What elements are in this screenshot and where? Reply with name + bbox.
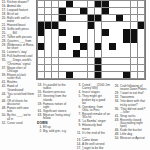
grid-cell[interactable]: [73, 22, 80, 29]
clue-number: 42.: [1, 85, 6, 88]
grid-cell[interactable]: [80, 36, 87, 43]
clue-text: Rolls with swill in water: [7, 16, 30, 23]
clue-text: Mexican or Apricot: [120, 136, 145, 140]
grid-cell[interactable]: [59, 72, 66, 79]
clue-text: By this ___, we're all in: [7, 113, 31, 120]
grid-cell[interactable]: [73, 15, 80, 22]
black-square: [38, 22, 45, 29]
grid-cell[interactable]: [109, 22, 116, 29]
clue-number: 34.: [114, 100, 119, 103]
black-square: [95, 1, 102, 8]
grid-cell[interactable]: [102, 50, 109, 57]
grid-cell[interactable]: [88, 65, 95, 72]
grid-cell[interactable]: [116, 65, 123, 72]
grid-cell[interactable]: [38, 8, 45, 15]
black-square: [131, 36, 138, 43]
grid-cell[interactable]: [88, 36, 95, 43]
grid-cell[interactable]: [109, 58, 116, 65]
grid-cell[interactable]: [131, 65, 138, 72]
grid-cell[interactable]: [123, 1, 130, 8]
clue-item: 50.Mexican or Apricot: [114, 137, 149, 140]
grid-cell[interactable]: [52, 15, 59, 22]
black-square: [95, 15, 102, 22]
black-square: [123, 36, 130, 43]
black-square: [66, 1, 73, 8]
grid-cell[interactable]: [66, 58, 73, 65]
clue-item: 2.Big, wild grin, e.g.: [37, 130, 71, 133]
grid-cell[interactable]: [45, 8, 52, 15]
grid-cell[interactable]: [123, 8, 130, 15]
black-square: [73, 50, 80, 57]
clue-text: They might get broken by a good liar: [82, 94, 105, 105]
grid-cell[interactable]: [138, 72, 145, 79]
black-square: [102, 29, 109, 36]
grid-cell[interactable]: [66, 36, 73, 43]
grid-cell[interactable]: [59, 36, 66, 43]
clue-number: 2.: [37, 130, 42, 133]
black-square: [59, 43, 66, 50]
grid-cell[interactable]: [73, 1, 80, 8]
clue-text: It's the end of the ___: [82, 131, 105, 138]
grid-cell[interactable]: [123, 15, 130, 22]
grid-cell[interactable]: [95, 22, 102, 29]
grid-cell[interactable]: [138, 50, 145, 57]
grid-cell[interactable]: [116, 36, 123, 43]
grid-cell[interactable]: [102, 72, 109, 79]
black-square: [116, 15, 123, 22]
clue-text: Ponies with wee tails: [7, 106, 29, 113]
clue-column-across-2-down: 53.It's parallel to the radius55.Eastern…: [37, 84, 71, 134]
clue-number: 43.: [114, 119, 119, 122]
grid-cell[interactable]: [80, 22, 87, 29]
grid-cell[interactable]: [109, 65, 116, 72]
black-square: [88, 22, 95, 29]
grid-cell[interactable]: [123, 58, 130, 65]
clue-number: 59.: [37, 103, 42, 106]
grid-cell[interactable]: [102, 43, 109, 50]
grid-cell[interactable]: [88, 72, 95, 79]
grid-cell[interactable]: [123, 65, 130, 72]
grid-cell[interactable]: [116, 72, 123, 79]
grid-cell[interactable]: [109, 72, 116, 79]
black-square: [88, 15, 95, 22]
black-square: [73, 36, 80, 43]
grid-cell[interactable]: [138, 1, 145, 8]
black-square: [45, 22, 52, 29]
grid-cell[interactable]: [88, 50, 95, 57]
grid-cell[interactable]: [52, 43, 59, 50]
grid-cell[interactable]: [80, 29, 87, 36]
grid-cell[interactable]: [131, 50, 138, 57]
grid-cell[interactable]: [38, 1, 45, 8]
grid-cell[interactable]: [109, 15, 116, 22]
grid-cell[interactable]: [38, 36, 45, 43]
clue-text: Big, wild grin, e.g.: [43, 129, 67, 133]
clue-text: 'Into done with that tricky action?': [120, 99, 145, 106]
grid-cell[interactable]: [102, 65, 109, 72]
grid-cell[interactable]: [88, 1, 95, 8]
clue-text: It's parallel to the radius: [43, 83, 66, 90]
grid-cell[interactable]: [73, 72, 80, 79]
clue-number: 46.: [1, 100, 6, 103]
grid-cell[interactable]: [38, 58, 45, 65]
clue-number: 3.: [76, 84, 81, 87]
grid-cell[interactable]: [52, 1, 59, 8]
grid-cell[interactable]: [52, 72, 59, 79]
clue-item: 52.Curve used: [1, 122, 34, 125]
clue-number: 35.: [1, 59, 6, 62]
black-square: [123, 72, 130, 79]
clue-text: Overdone, from Okla. to Peru: [82, 105, 103, 112]
black-square: [138, 22, 145, 29]
grid-cell[interactable]: [138, 43, 145, 50]
clue-number: 48.: [1, 107, 6, 110]
clue-text: Off of shorts for discourse: [7, 99, 28, 106]
clue-number: 5.: [76, 95, 81, 98]
grid-cell[interactable]: [116, 58, 123, 65]
black-square: [80, 8, 87, 15]
grid-cell[interactable]: [66, 29, 73, 36]
grid-cell[interactable]: [38, 15, 45, 22]
clue-text: Wilderness of Reno, for short: [7, 43, 34, 50]
grid-cell[interactable]: [52, 36, 59, 43]
grid-cell[interactable]: [109, 8, 116, 15]
clue-number: 39.: [1, 74, 6, 77]
grid-cell[interactable]: [138, 8, 145, 15]
clue-text: Hilariously bad movie: [82, 123, 102, 130]
grid-cell[interactable]: [66, 43, 73, 50]
grid-cell[interactable]: [116, 50, 123, 57]
grid-cell[interactable]: [80, 65, 87, 72]
grid-cell[interactable]: [131, 72, 138, 79]
crossword-page: { "game": "crossword", "note": "printed …: [0, 0, 150, 150]
clue-number: 37.: [1, 67, 6, 70]
clue-number: 50.: [114, 137, 119, 140]
grid-cell[interactable]: [52, 50, 59, 57]
clue-column-across-1: 15.Kitchen drawer?16.Animal din17.Leopar…: [1, 1, 34, 126]
black-square: [38, 29, 45, 36]
grid-cell[interactable]: [38, 72, 45, 79]
grid-cell[interactable]: [102, 36, 109, 43]
clue-text: Mexican 'hotsy-totsy' fellow: [43, 113, 71, 120]
grid-cell[interactable]: [116, 8, 123, 15]
grid-cell[interactable]: [131, 1, 138, 8]
clue-number: 6.: [76, 106, 81, 109]
clue-item: 5.They might get broken by a good liar: [76, 95, 110, 105]
grid-cell[interactable]: [88, 43, 95, 50]
black-square: [66, 72, 73, 79]
grid-cell[interactable]: [131, 43, 138, 50]
grid-cell[interactable]: [59, 22, 66, 29]
black-square: [80, 43, 87, 50]
grid-cell[interactable]: [131, 15, 138, 22]
grid-cell[interactable]: [138, 29, 145, 36]
grid-cell[interactable]: [138, 58, 145, 65]
grid-cell[interactable]: [109, 36, 116, 43]
black-square: [38, 43, 45, 50]
crossword-grid: [36, 0, 146, 80]
grid-cell[interactable]: [102, 22, 109, 29]
grid-cell[interactable]: [59, 1, 66, 8]
black-square: [95, 65, 102, 72]
grid-cell[interactable]: [59, 65, 66, 72]
clue-text: Record remake of an '80s hit: [82, 112, 110, 119]
black-square: [109, 43, 116, 50]
grid-cell[interactable]: [52, 29, 59, 36]
grid-cell[interactable]: [109, 50, 116, 57]
clue-number: 17.: [76, 147, 81, 150]
grid-cell[interactable]: [138, 15, 145, 22]
grid-cell[interactable]: [45, 58, 52, 65]
clue-item: 63.Mexican 'hotsy-totsy' fellow: [37, 114, 71, 121]
clue-text: ___ Diego, world's 'Christmas' signal: [7, 58, 32, 65]
grid-cell[interactable]: [138, 36, 145, 43]
grid-cell[interactable]: [45, 65, 52, 72]
grid-cell[interactable]: [80, 58, 87, 65]
grid-cell[interactable]: [59, 58, 66, 65]
grid-cell[interactable]: [38, 65, 45, 72]
grid-cell[interactable]: [45, 43, 52, 50]
clue-number: 57.: [37, 95, 42, 98]
grid-cell[interactable]: [88, 29, 95, 36]
grid-cell[interactable]: [66, 22, 73, 29]
grid-cell[interactable]: [95, 8, 102, 15]
clue-text: Famous notion of sight: [43, 102, 66, 109]
black-square: [102, 1, 109, 8]
grid-cell[interactable]: [52, 8, 59, 15]
clue-number: 7.: [76, 113, 81, 116]
clue-column-down-1: 3.Creed ___ (2000 Jim Carrey role)4.Inse…: [76, 84, 110, 150]
grid-cell[interactable]: [45, 72, 52, 79]
grid-cell[interactable]: [138, 65, 145, 72]
grid-cell[interactable]: [116, 29, 123, 36]
grid-cell[interactable]: [73, 43, 80, 50]
clue-text: Creed ___ (2000 Jim Carrey role): [82, 83, 110, 90]
grid-cell[interactable]: [123, 22, 130, 29]
clue-number: 29.: [1, 44, 6, 47]
grid-cell[interactable]: [38, 50, 45, 57]
grid-cell[interactable]: [102, 58, 109, 65]
grid-cell[interactable]: [80, 1, 87, 8]
clue-number: 44.: [1, 93, 6, 96]
clue-number: 26.: [114, 85, 119, 88]
grid-cell[interactable]: [59, 50, 66, 57]
grid-cell[interactable]: [66, 65, 73, 72]
grid-cell[interactable]: [73, 65, 80, 72]
grid-cell[interactable]: [116, 43, 123, 50]
grid-cell[interactable]: [73, 8, 80, 15]
grid-cell[interactable]: [73, 58, 80, 65]
grid-cell[interactable]: [88, 58, 95, 65]
black-square: [123, 29, 130, 36]
grid-cell[interactable]: [66, 15, 73, 22]
grid-cell[interactable]: [80, 50, 87, 57]
grid-cell[interactable]: [73, 29, 80, 36]
black-square: [131, 29, 138, 36]
black-square: [102, 8, 109, 15]
grid-cell[interactable]: [95, 50, 102, 57]
black-square: [59, 8, 66, 15]
clue-column-down-2: 26.Craft following of insane Down Pokes2…: [114, 85, 149, 141]
grid-cell[interactable]: [52, 65, 59, 72]
clue-number: 52.: [1, 122, 6, 125]
clue-number: 11.: [76, 132, 81, 135]
clue-item: 43.Recently closed (fascinating night sp…: [114, 119, 149, 129]
clue-text: Hawk of 'Grandstand': [7, 84, 24, 91]
grid-cell[interactable]: [88, 8, 95, 15]
grid-cell[interactable]: [123, 43, 130, 50]
grid-cell[interactable]: [131, 22, 138, 29]
grid-cell[interactable]: [80, 72, 87, 79]
grid-cell[interactable]: [95, 29, 102, 36]
grid-cell[interactable]: [52, 58, 59, 65]
clue-item: 17.'I want to be like that!': [76, 147, 110, 150]
grid-cell[interactable]: [116, 22, 123, 29]
clue-number: 36.: [114, 108, 119, 111]
grid-cell[interactable]: [45, 36, 52, 43]
grid-cell[interactable]: [109, 29, 116, 36]
grid-cell[interactable]: [131, 58, 138, 65]
clue-number: 63.: [37, 114, 42, 117]
clue-text: Craft following of insane Down Pokes: [120, 84, 147, 91]
clue-number: 50.: [1, 114, 6, 117]
grid-cell[interactable]: [45, 15, 52, 22]
black-square: [95, 43, 102, 50]
clue-number: 9.: [76, 124, 81, 127]
clue-text: Eleven o'clock surfer flick: [7, 73, 26, 80]
clue-text: 'That did not work?' ... killer: [120, 107, 146, 114]
clue-text: Recently closed (fascinating night spot): [120, 118, 143, 129]
grid-cell[interactable]: [95, 36, 102, 43]
clue-text: Curve used: [7, 121, 22, 125]
grid-cell[interactable]: [116, 1, 123, 8]
clue-text: 'I want to be like that!': [82, 146, 103, 150]
black-square: [59, 29, 66, 36]
grid-cell[interactable]: [45, 1, 52, 8]
clue-text: 'You scratched them all': [7, 92, 34, 99]
clue-text: Mayor-elect of Chicago: [7, 66, 26, 73]
black-square: [95, 58, 102, 65]
black-square: [59, 15, 66, 22]
clue-number: 20.: [1, 17, 6, 20]
grid-cell[interactable]: [45, 50, 52, 57]
grid-cell[interactable]: [66, 50, 73, 57]
grid-cell[interactable]: [123, 50, 130, 57]
grid-cell[interactable]: [66, 8, 73, 15]
clue-number: 53.: [37, 84, 42, 87]
black-square: [95, 72, 102, 79]
black-square: [52, 22, 59, 29]
grid-cell[interactable]: [109, 1, 116, 8]
grid-cell[interactable]: [102, 15, 109, 22]
grid-cell[interactable]: [45, 29, 52, 36]
clue-text: Greeting from the islands: [43, 94, 66, 101]
grid-cell[interactable]: [131, 8, 138, 15]
grid-cell[interactable]: [80, 15, 87, 22]
